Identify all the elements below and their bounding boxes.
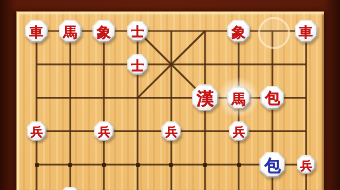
janggi-app-screen: 車馬象士象車士漢馬包兵兵兵兵包兵: [0, 0, 340, 190]
board-point-dot: [102, 163, 106, 167]
piece-face: 兵: [298, 156, 314, 172]
piece-character: 兵: [300, 159, 312, 171]
piece-red-horse[interactable]: 馬: [227, 86, 250, 109]
piece-face: 馬: [228, 88, 248, 108]
piece-character: 兵: [233, 126, 245, 138]
piece-body: 兵: [161, 121, 181, 141]
piece-face: 包: [261, 153, 284, 176]
piece-body: 包: [259, 152, 285, 178]
piece-face: 馬: [60, 21, 80, 41]
piece-character: 車: [29, 24, 43, 38]
piece-body: 象: [92, 20, 115, 43]
janggi-board[interactable]: 車馬象士象車士漢馬包兵兵兵兵包兵: [16, 11, 324, 190]
piece-body: [59, 187, 81, 190]
piece-body: 車: [295, 20, 318, 43]
piece-body: 漢: [192, 84, 219, 111]
piece-body: 兵: [229, 121, 249, 141]
piece-blue-unknown-piece[interactable]: [59, 187, 81, 190]
piece-face: 車: [26, 21, 46, 41]
piece-body: 士: [127, 54, 148, 75]
piece-red-soldier[interactable]: 兵: [229, 121, 249, 141]
piece-body: 兵: [297, 155, 316, 174]
piece-body: 象: [227, 20, 250, 43]
piece-red-advisor[interactable]: 士: [127, 54, 148, 75]
piece-face: 兵: [95, 122, 112, 139]
board-point-dot: [203, 163, 207, 167]
piece-red-general-han[interactable]: 漢: [192, 84, 219, 111]
piece-face: 車: [296, 21, 316, 41]
piece-body: 車: [25, 20, 48, 43]
board-point-dot: [136, 163, 140, 167]
piece-character: 士: [131, 25, 144, 38]
piece-character: 包: [265, 91, 280, 106]
piece-character: 馬: [63, 24, 77, 38]
piece-red-advisor[interactable]: 士: [127, 21, 148, 42]
piece-red-elephant[interactable]: 象: [92, 20, 115, 43]
piece-character: 車: [299, 24, 313, 38]
piece-character: 兵: [30, 126, 42, 138]
piece-red-chariot[interactable]: 車: [25, 20, 48, 43]
piece-character: 象: [232, 24, 246, 38]
piece-face: 兵: [163, 122, 180, 139]
piece-character: 馬: [232, 91, 246, 105]
piece-character: 兵: [98, 126, 110, 138]
piece-face: 漢: [193, 86, 217, 110]
piece-face: 士: [128, 22, 146, 40]
piece-face: 兵: [230, 122, 247, 139]
board-point-dot: [35, 163, 39, 167]
piece-red-soldier[interactable]: 兵: [27, 121, 47, 141]
piece-character: 兵: [165, 126, 177, 138]
piece-red-soldier[interactable]: 兵: [161, 121, 181, 141]
piece-body: 馬: [227, 86, 250, 109]
piece-red-elephant[interactable]: 象: [227, 20, 250, 43]
piece-face: 象: [228, 21, 248, 41]
piece-body: 馬: [59, 20, 82, 43]
piece-face: 象: [94, 21, 114, 41]
piece-face: [60, 188, 79, 190]
piece-red-horse[interactable]: 馬: [59, 20, 82, 43]
piece-red-chariot[interactable]: 車: [295, 20, 318, 43]
piece-red-soldier[interactable]: 兵: [297, 155, 316, 174]
piece-character: 包: [264, 157, 280, 173]
piece-character: 士: [131, 58, 144, 71]
piece-red-cannon[interactable]: 包: [260, 86, 284, 110]
board-point-dot: [68, 163, 72, 167]
piece-red-soldier[interactable]: 兵: [94, 121, 114, 141]
piece-body: 兵: [94, 121, 114, 141]
board-point-dot: [237, 163, 241, 167]
board-point-dot: [169, 163, 173, 167]
piece-character: 象: [97, 24, 111, 38]
piece-body: 士: [127, 21, 148, 42]
piece-face: 兵: [28, 122, 45, 139]
piece-face: 士: [128, 55, 146, 73]
piece-character: 漢: [196, 90, 213, 107]
piece-face: 包: [262, 87, 283, 108]
piece-blue-cannon[interactable]: 包: [259, 152, 285, 178]
piece-body: 包: [260, 86, 284, 110]
piece-body: 兵: [27, 121, 47, 141]
